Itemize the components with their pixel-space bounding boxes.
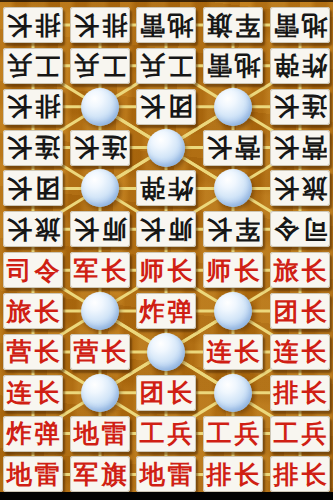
piece-label: 排长 [71, 13, 127, 38]
piece-tile[interactable]: 排长 [203, 456, 263, 492]
piece-label: 工兵 [140, 421, 196, 446]
piece-tile[interactable]: 旅长 [270, 252, 330, 288]
piece-tile[interactable]: 营长 [3, 334, 63, 370]
piece-tile[interactable]: 连长 [70, 130, 130, 166]
piece-tile[interactable]: 地雷 [270, 7, 330, 43]
piece-tile[interactable]: 地雷 [136, 456, 196, 492]
piece-label: 连长 [207, 339, 263, 364]
piece-label: 营长 [271, 135, 327, 160]
piece-label: 师长 [137, 217, 193, 242]
piece-tile[interactable]: 地雷 [70, 416, 130, 452]
piece-tile[interactable]: 工兵 [70, 48, 130, 84]
piece-label: 军旗 [204, 13, 260, 38]
piece-label: 旅长 [7, 299, 63, 324]
piece-label: 排长 [207, 462, 263, 487]
piece-tile[interactable]: 旅长 [3, 293, 63, 329]
piece-tile[interactable]: 地雷 [3, 456, 63, 492]
camp-spot[interactable] [81, 292, 119, 330]
piece-tile[interactable]: 炸弹 [136, 293, 196, 329]
piece-tile[interactable]: 地雷 [136, 7, 196, 43]
piece-label: 连长 [7, 380, 63, 405]
piece-tile[interactable]: 排长 [270, 375, 330, 411]
piece-tile[interactable]: 排长 [3, 7, 63, 43]
piece-tile[interactable]: 师长 [203, 252, 263, 288]
piece-label: 师长 [207, 258, 263, 283]
piece-tile[interactable]: 排长 [270, 456, 330, 492]
piece-tile[interactable]: 排长 [3, 89, 63, 125]
piece-label: 工兵 [137, 53, 193, 78]
piece-label: 营长 [74, 339, 130, 364]
piece-tile[interactable]: 排长 [70, 7, 130, 43]
piece-label: 地雷 [204, 53, 260, 78]
piece-tile[interactable]: 军长 [203, 211, 263, 247]
piece-label: 连长 [274, 339, 330, 364]
piece-tile[interactable]: 营长 [70, 334, 130, 370]
piece-label: 排长 [274, 462, 330, 487]
piece-tile[interactable]: 师长 [136, 252, 196, 288]
piece-tile[interactable]: 连长 [203, 334, 263, 370]
piece-label: 工兵 [274, 421, 330, 446]
piece-label: 营长 [204, 135, 260, 160]
piece-tile[interactable]: 工兵 [270, 416, 330, 452]
piece-tile[interactable]: 连长 [270, 334, 330, 370]
piece-tile[interactable]: 师长 [136, 211, 196, 247]
camp-spot[interactable] [147, 129, 185, 167]
piece-label: 司令 [7, 258, 63, 283]
piece-tile[interactable]: 旅长 [3, 211, 63, 247]
luzhanqi-board: 排长排长地雷军旗地雷工兵工兵工兵地雷炸弹排长团长连长连长连长营长营长团长炸弹旅长… [0, 0, 333, 500]
piece-label: 工兵 [4, 53, 60, 78]
piece-label: 炸弹 [7, 421, 63, 446]
piece-label: 旅长 [4, 217, 60, 242]
piece-label: 连长 [271, 94, 327, 119]
piece-label: 地雷 [7, 462, 63, 487]
piece-tile[interactable]: 炸弹 [270, 48, 330, 84]
piece-label: 师长 [71, 217, 127, 242]
piece-label: 团长 [274, 299, 330, 324]
piece-tile[interactable]: 营长 [203, 130, 263, 166]
piece-label: 地雷 [137, 13, 193, 38]
piece-tile[interactable]: 工兵 [203, 416, 263, 452]
piece-label: 军旗 [74, 462, 130, 487]
piece-label: 地雷 [74, 421, 130, 446]
piece-tile[interactable]: 军长 [70, 252, 130, 288]
piece-tile[interactable]: 旅长 [270, 170, 330, 206]
camp-spot[interactable] [147, 333, 185, 371]
camp-spot[interactable] [81, 374, 119, 412]
top-edge-line [0, 0, 333, 2]
piece-tile[interactable]: 团长 [3, 170, 63, 206]
piece-label: 营长 [7, 339, 63, 364]
piece-tile[interactable]: 炸弹 [136, 170, 196, 206]
piece-tile[interactable]: 司令 [3, 252, 63, 288]
piece-label: 团长 [140, 380, 196, 405]
camp-spot[interactable] [214, 374, 252, 412]
piece-tile[interactable]: 地雷 [203, 48, 263, 84]
piece-tile[interactable]: 工兵 [3, 48, 63, 84]
piece-tile[interactable]: 工兵 [136, 48, 196, 84]
piece-label: 连长 [71, 135, 127, 160]
piece-tile[interactable]: 炸弹 [3, 416, 63, 452]
bottom-bar [0, 492, 333, 500]
piece-label: 排长 [4, 94, 60, 119]
piece-label: 团长 [4, 176, 60, 201]
piece-label: 团长 [137, 94, 193, 119]
piece-tile[interactable]: 师长 [70, 211, 130, 247]
camp-spot[interactable] [81, 88, 119, 126]
piece-tile[interactable]: 军旗 [70, 456, 130, 492]
camp-spot[interactable] [214, 88, 252, 126]
piece-tile[interactable]: 团长 [136, 89, 196, 125]
camp-spot[interactable] [214, 292, 252, 330]
piece-label: 司令 [271, 217, 327, 242]
piece-label: 军长 [204, 217, 260, 242]
piece-tile[interactable]: 司令 [270, 211, 330, 247]
piece-label: 地雷 [140, 462, 196, 487]
piece-tile[interactable]: 团长 [136, 375, 196, 411]
piece-tile[interactable]: 连长 [3, 375, 63, 411]
piece-tile[interactable]: 团长 [270, 293, 330, 329]
piece-label: 旅长 [271, 176, 327, 201]
piece-tile[interactable]: 工兵 [136, 416, 196, 452]
piece-label: 地雷 [271, 13, 327, 38]
piece-tile[interactable]: 军旗 [203, 7, 263, 43]
piece-label: 旅长 [274, 258, 330, 283]
piece-label: 炸弹 [140, 299, 196, 324]
piece-tile[interactable]: 营长 [270, 130, 330, 166]
piece-label: 师长 [140, 258, 196, 283]
piece-label: 工兵 [71, 53, 127, 78]
piece-label: 排长 [4, 13, 60, 38]
piece-label: 炸弹 [271, 53, 327, 78]
piece-label: 炸弹 [137, 176, 193, 201]
piece-tile[interactable]: 连长 [3, 130, 63, 166]
piece-label: 连长 [4, 135, 60, 160]
piece-label: 军长 [74, 258, 130, 283]
piece-tile[interactable]: 连长 [270, 89, 330, 125]
piece-label: 工兵 [207, 421, 263, 446]
piece-label: 排长 [274, 380, 330, 405]
